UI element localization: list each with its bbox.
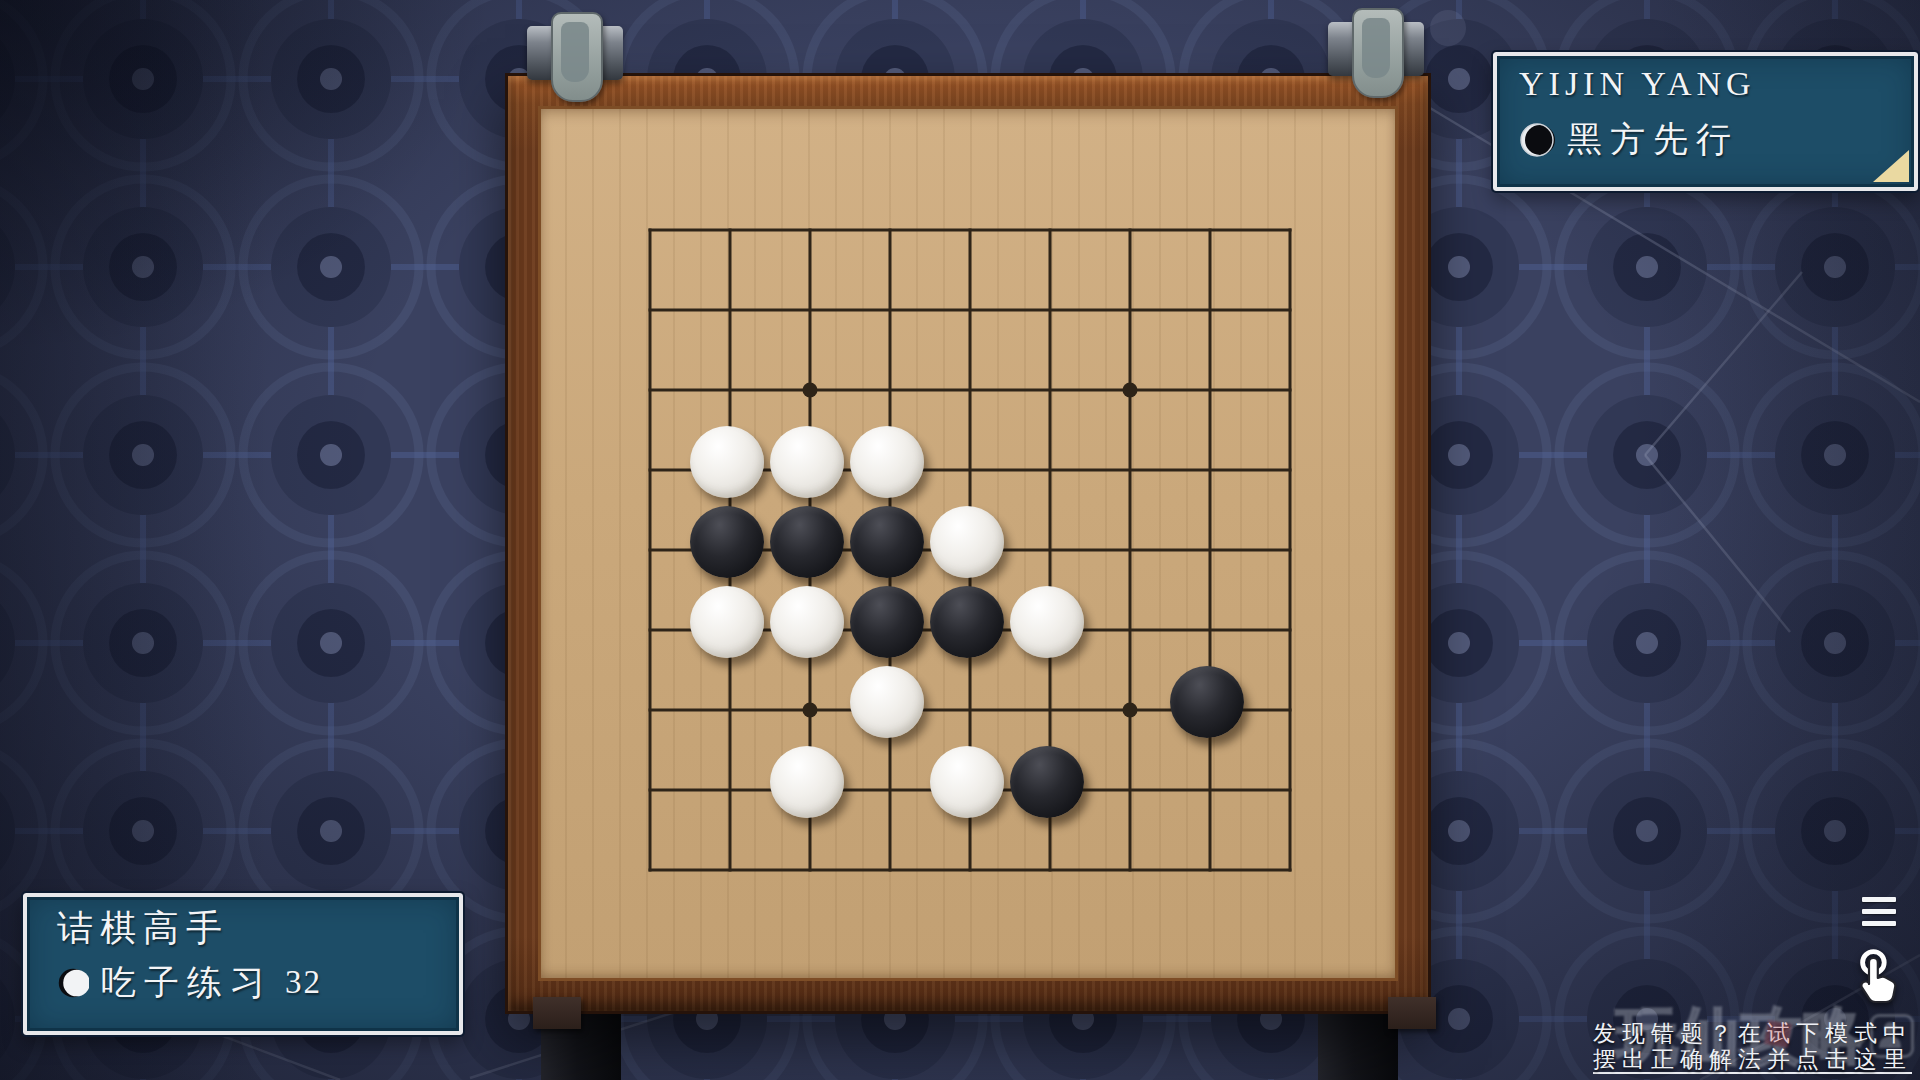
report-error-link[interactable]: 发现错题？在试下模式中 摆出正确解法并点击这里 [1593,1021,1912,1073]
black-stone [1010,746,1084,818]
easel-leg-right [1318,1004,1398,1080]
frame-corner-bracket-right [1388,997,1436,1029]
black-stone [690,506,764,578]
white-stone [690,586,764,658]
frame-corner-bracket-left [533,997,581,1029]
puzzle-panel: 诘棋高手 吃子练习 32 [23,893,463,1035]
white-stone [930,746,1004,818]
white-stone [850,426,924,498]
black-stone [770,506,844,578]
black-stone [850,586,924,658]
puzzle-number: 32 [285,964,322,1001]
board-clamp-right [1328,6,1424,96]
puzzle-category: 吃子练习 [101,959,273,1006]
hamburger-icon [1862,897,1896,902]
board-clamp-left [527,10,623,100]
white-stone [1010,586,1084,658]
clamp-face-plate [1352,8,1404,98]
puzzle-series-title: 诘棋高手 [57,905,459,951]
white-stone [930,506,1004,578]
black-stone-icon [1519,122,1555,158]
white-stone [770,426,844,498]
white-stone [690,426,764,498]
clamp-face-plate [551,12,603,102]
help-line2[interactable]: 摆出正确解法并点击这里 [1593,1047,1912,1074]
white-stone-icon [57,967,89,999]
white-stone [770,586,844,658]
white-stone [850,666,924,738]
menu-button[interactable] [1862,897,1896,926]
black-stone [1170,666,1244,738]
black-stone [850,506,924,578]
tap-hand-cursor [1851,948,1903,1010]
player-panel: YIJIN YANG 黑方先行 [1493,52,1918,191]
white-stone [770,746,844,818]
player-name: YIJIN YANG [1519,60,1914,108]
help-line1: 发现错题？在试下模式中 [1593,1021,1912,1047]
black-stone [930,586,1004,658]
panel-corner-triangle[interactable] [1873,150,1909,182]
turn-indicator-label: 黑方先行 [1567,116,1739,163]
